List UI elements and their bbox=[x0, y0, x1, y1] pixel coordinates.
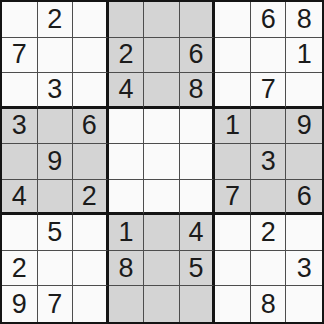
cell-r6c6[interactable] bbox=[180, 180, 216, 216]
cell-r1c3[interactable] bbox=[73, 2, 109, 38]
cell-r6c9[interactable]: 6 bbox=[286, 180, 322, 216]
cell-r2c1[interactable]: 7 bbox=[2, 38, 38, 74]
cell-r8c6[interactable]: 5 bbox=[180, 251, 216, 287]
cell-r9c9[interactable] bbox=[286, 286, 322, 322]
cell-r4c3[interactable]: 6 bbox=[73, 109, 109, 145]
cell-r9c3[interactable] bbox=[73, 286, 109, 322]
cell-r1c2[interactable]: 2 bbox=[38, 2, 74, 38]
cell-r8c5[interactable] bbox=[144, 251, 180, 287]
cell-r9c8[interactable]: 8 bbox=[251, 286, 287, 322]
cell-r5c4[interactable] bbox=[109, 144, 145, 180]
cell-r3c1[interactable] bbox=[2, 73, 38, 109]
cell-r4c5[interactable] bbox=[144, 109, 180, 145]
cell-r8c9[interactable]: 3 bbox=[286, 251, 322, 287]
cell-r2c7[interactable] bbox=[215, 38, 251, 74]
cell-r6c2[interactable] bbox=[38, 180, 74, 216]
cell-r4c6[interactable] bbox=[180, 109, 216, 145]
cell-r8c2[interactable] bbox=[38, 251, 74, 287]
cell-r9c5[interactable] bbox=[144, 286, 180, 322]
cell-r6c5[interactable] bbox=[144, 180, 180, 216]
cell-r3c8[interactable]: 7 bbox=[251, 73, 287, 109]
cell-r7c4[interactable]: 1 bbox=[109, 215, 145, 251]
cell-r2c6[interactable]: 6 bbox=[180, 38, 216, 74]
cell-r7c2[interactable]: 5 bbox=[38, 215, 74, 251]
cell-r6c4[interactable] bbox=[109, 180, 145, 216]
cell-r7c6[interactable]: 4 bbox=[180, 215, 216, 251]
cell-r2c4[interactable]: 2 bbox=[109, 38, 145, 74]
cell-r8c3[interactable] bbox=[73, 251, 109, 287]
cell-r1c7[interactable] bbox=[215, 2, 251, 38]
cell-r8c1[interactable]: 2 bbox=[2, 251, 38, 287]
cell-r4c9[interactable]: 9 bbox=[286, 109, 322, 145]
cell-r7c8[interactable]: 2 bbox=[251, 215, 287, 251]
cell-r4c2[interactable] bbox=[38, 109, 74, 145]
cell-r2c2[interactable] bbox=[38, 38, 74, 74]
cell-r3c9[interactable] bbox=[286, 73, 322, 109]
sudoku-board: 26872613487361993427651422853978 bbox=[0, 0, 324, 324]
cell-r7c1[interactable] bbox=[2, 215, 38, 251]
cell-r6c8[interactable] bbox=[251, 180, 287, 216]
cell-r5c6[interactable] bbox=[180, 144, 216, 180]
cell-r3c7[interactable] bbox=[215, 73, 251, 109]
cell-r2c9[interactable]: 1 bbox=[286, 38, 322, 74]
cell-r8c8[interactable] bbox=[251, 251, 287, 287]
cell-r5c1[interactable] bbox=[2, 144, 38, 180]
cell-r3c6[interactable]: 8 bbox=[180, 73, 216, 109]
cell-r4c4[interactable] bbox=[109, 109, 145, 145]
cell-r1c9[interactable]: 8 bbox=[286, 2, 322, 38]
cell-r6c7[interactable]: 7 bbox=[215, 180, 251, 216]
cell-r5c5[interactable] bbox=[144, 144, 180, 180]
cell-r2c8[interactable] bbox=[251, 38, 287, 74]
cell-r2c3[interactable] bbox=[73, 38, 109, 74]
cell-r5c8[interactable]: 3 bbox=[251, 144, 287, 180]
cell-r9c6[interactable] bbox=[180, 286, 216, 322]
cell-r3c5[interactable] bbox=[144, 73, 180, 109]
cell-r8c7[interactable] bbox=[215, 251, 251, 287]
cell-r6c1[interactable]: 4 bbox=[2, 180, 38, 216]
cell-r1c8[interactable]: 6 bbox=[251, 2, 287, 38]
cell-r4c7[interactable]: 1 bbox=[215, 109, 251, 145]
cell-r5c2[interactable]: 9 bbox=[38, 144, 74, 180]
cell-r2c5[interactable] bbox=[144, 38, 180, 74]
cell-r1c4[interactable] bbox=[109, 2, 145, 38]
cell-r3c2[interactable]: 3 bbox=[38, 73, 74, 109]
cell-r7c5[interactable] bbox=[144, 215, 180, 251]
cell-r9c2[interactable]: 7 bbox=[38, 286, 74, 322]
cell-r1c1[interactable] bbox=[2, 2, 38, 38]
cell-r1c5[interactable] bbox=[144, 2, 180, 38]
cell-r5c7[interactable] bbox=[215, 144, 251, 180]
cell-r9c4[interactable] bbox=[109, 286, 145, 322]
cell-r5c9[interactable] bbox=[286, 144, 322, 180]
cell-r6c3[interactable]: 2 bbox=[73, 180, 109, 216]
cell-r9c7[interactable] bbox=[215, 286, 251, 322]
cell-r3c4[interactable]: 4 bbox=[109, 73, 145, 109]
cell-r1c6[interactable] bbox=[180, 2, 216, 38]
cell-r5c3[interactable] bbox=[73, 144, 109, 180]
cell-r4c8[interactable] bbox=[251, 109, 287, 145]
cell-r8c4[interactable]: 8 bbox=[109, 251, 145, 287]
cell-r7c7[interactable] bbox=[215, 215, 251, 251]
cell-r3c3[interactable] bbox=[73, 73, 109, 109]
cell-r4c1[interactable]: 3 bbox=[2, 109, 38, 145]
cell-r7c9[interactable] bbox=[286, 215, 322, 251]
cell-r7c3[interactable] bbox=[73, 215, 109, 251]
cell-r9c1[interactable]: 9 bbox=[2, 286, 38, 322]
